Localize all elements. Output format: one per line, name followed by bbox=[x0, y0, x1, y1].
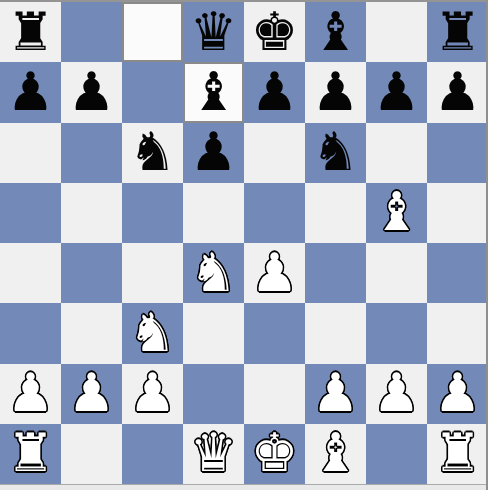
chess-board: ♜♛♚♝♜♟♟♝♟♟♟♟♞♟♞♝♞♟♞♟♟♟♟♟♟♜♛♚♝♜ bbox=[0, 2, 488, 484]
piece-black-pawn[interactable]: ♟ bbox=[373, 65, 421, 118]
square-g3[interactable] bbox=[366, 303, 427, 363]
square-e2[interactable] bbox=[244, 364, 305, 424]
square-h7[interactable]: ♟ bbox=[427, 62, 488, 122]
square-a6[interactable] bbox=[0, 123, 61, 183]
piece-black-pawn[interactable]: ♟ bbox=[190, 125, 238, 178]
square-a3[interactable] bbox=[0, 303, 61, 363]
square-e4[interactable]: ♟ bbox=[244, 243, 305, 303]
square-a8[interactable]: ♜ bbox=[0, 2, 61, 62]
square-d1[interactable]: ♛ bbox=[183, 424, 244, 484]
square-g6[interactable] bbox=[366, 123, 427, 183]
square-e6[interactable] bbox=[244, 123, 305, 183]
square-d5[interactable] bbox=[183, 183, 244, 243]
piece-white-king[interactable]: ♚ bbox=[251, 426, 299, 479]
square-f2[interactable]: ♟ bbox=[305, 364, 366, 424]
square-g7[interactable]: ♟ bbox=[366, 62, 427, 122]
square-a7[interactable]: ♟ bbox=[0, 62, 61, 122]
square-b2[interactable]: ♟ bbox=[61, 364, 122, 424]
square-g4[interactable] bbox=[366, 243, 427, 303]
square-d7[interactable]: ♝ bbox=[183, 62, 244, 122]
square-c8[interactable] bbox=[122, 2, 183, 62]
square-b8[interactable] bbox=[61, 2, 122, 62]
piece-black-knight[interactable]: ♞ bbox=[129, 125, 177, 178]
square-f5[interactable] bbox=[305, 183, 366, 243]
piece-black-queen[interactable]: ♛ bbox=[190, 5, 238, 58]
piece-black-pawn[interactable]: ♟ bbox=[312, 65, 360, 118]
square-g8[interactable] bbox=[366, 2, 427, 62]
piece-white-queen[interactable]: ♛ bbox=[190, 426, 238, 479]
piece-black-pawn[interactable]: ♟ bbox=[251, 65, 299, 118]
square-a5[interactable] bbox=[0, 183, 61, 243]
square-h2[interactable]: ♟ bbox=[427, 364, 488, 424]
piece-white-pawn[interactable]: ♟ bbox=[68, 366, 116, 419]
square-e5[interactable] bbox=[244, 183, 305, 243]
piece-white-bishop[interactable]: ♝ bbox=[373, 185, 421, 238]
square-b7[interactable]: ♟ bbox=[61, 62, 122, 122]
square-f7[interactable]: ♟ bbox=[305, 62, 366, 122]
square-c1[interactable] bbox=[122, 424, 183, 484]
piece-black-king[interactable]: ♚ bbox=[251, 5, 299, 58]
piece-white-pawn[interactable]: ♟ bbox=[129, 366, 177, 419]
piece-black-pawn[interactable]: ♟ bbox=[68, 65, 116, 118]
piece-white-pawn[interactable]: ♟ bbox=[434, 366, 482, 419]
square-e7[interactable]: ♟ bbox=[244, 62, 305, 122]
square-d8[interactable]: ♛ bbox=[183, 2, 244, 62]
square-c7[interactable] bbox=[122, 62, 183, 122]
square-c3[interactable]: ♞ bbox=[122, 303, 183, 363]
square-b5[interactable] bbox=[61, 183, 122, 243]
square-b6[interactable] bbox=[61, 123, 122, 183]
square-e1[interactable]: ♚ bbox=[244, 424, 305, 484]
square-c2[interactable]: ♟ bbox=[122, 364, 183, 424]
square-c5[interactable] bbox=[122, 183, 183, 243]
piece-white-pawn[interactable]: ♟ bbox=[251, 246, 299, 299]
piece-white-pawn[interactable]: ♟ bbox=[373, 366, 421, 419]
piece-white-knight[interactable]: ♞ bbox=[190, 246, 238, 299]
square-a1[interactable]: ♜ bbox=[0, 424, 61, 484]
square-c4[interactable] bbox=[122, 243, 183, 303]
piece-black-pawn[interactable]: ♟ bbox=[434, 65, 482, 118]
square-d4[interactable]: ♞ bbox=[183, 243, 244, 303]
square-g1[interactable] bbox=[366, 424, 427, 484]
chess-app-screen: ♜♛♚♝♜♟♟♝♟♟♟♟♞♟♞♝♞♟♞♟♟♟♟♟♟♜♛♚♝♜ bbox=[0, 0, 488, 490]
bottom-border bbox=[0, 484, 488, 490]
square-b3[interactable] bbox=[61, 303, 122, 363]
square-f6[interactable]: ♞ bbox=[305, 123, 366, 183]
square-e8[interactable]: ♚ bbox=[244, 2, 305, 62]
square-h6[interactable] bbox=[427, 123, 488, 183]
square-g2[interactable]: ♟ bbox=[366, 364, 427, 424]
square-f4[interactable] bbox=[305, 243, 366, 303]
square-d2[interactable] bbox=[183, 364, 244, 424]
square-g5[interactable]: ♝ bbox=[366, 183, 427, 243]
piece-white-rook[interactable]: ♜ bbox=[7, 426, 55, 479]
square-f1[interactable]: ♝ bbox=[305, 424, 366, 484]
piece-black-pawn[interactable]: ♟ bbox=[7, 65, 55, 118]
square-a2[interactable]: ♟ bbox=[0, 364, 61, 424]
piece-white-bishop[interactable]: ♝ bbox=[312, 426, 360, 479]
piece-white-knight[interactable]: ♞ bbox=[129, 306, 177, 359]
square-d3[interactable] bbox=[183, 303, 244, 363]
square-c6[interactable]: ♞ bbox=[122, 123, 183, 183]
piece-black-knight[interactable]: ♞ bbox=[312, 125, 360, 178]
square-d6[interactable]: ♟ bbox=[183, 123, 244, 183]
square-e3[interactable] bbox=[244, 303, 305, 363]
square-f3[interactable] bbox=[305, 303, 366, 363]
piece-white-pawn[interactable]: ♟ bbox=[312, 366, 360, 419]
square-h4[interactable] bbox=[427, 243, 488, 303]
top-border bbox=[0, 0, 488, 2]
square-h1[interactable]: ♜ bbox=[427, 424, 488, 484]
square-f8[interactable]: ♝ bbox=[305, 2, 366, 62]
square-h3[interactable] bbox=[427, 303, 488, 363]
piece-black-rook[interactable]: ♜ bbox=[434, 5, 482, 58]
piece-white-pawn[interactable]: ♟ bbox=[7, 366, 55, 419]
square-a4[interactable] bbox=[0, 243, 61, 303]
piece-black-rook[interactable]: ♜ bbox=[7, 5, 55, 58]
square-b4[interactable] bbox=[61, 243, 122, 303]
piece-white-rook[interactable]: ♜ bbox=[434, 426, 482, 479]
piece-black-bishop[interactable]: ♝ bbox=[190, 65, 238, 118]
piece-black-bishop[interactable]: ♝ bbox=[312, 5, 360, 58]
square-h8[interactable]: ♜ bbox=[427, 2, 488, 62]
square-b1[interactable] bbox=[61, 424, 122, 484]
square-h5[interactable] bbox=[427, 183, 488, 243]
